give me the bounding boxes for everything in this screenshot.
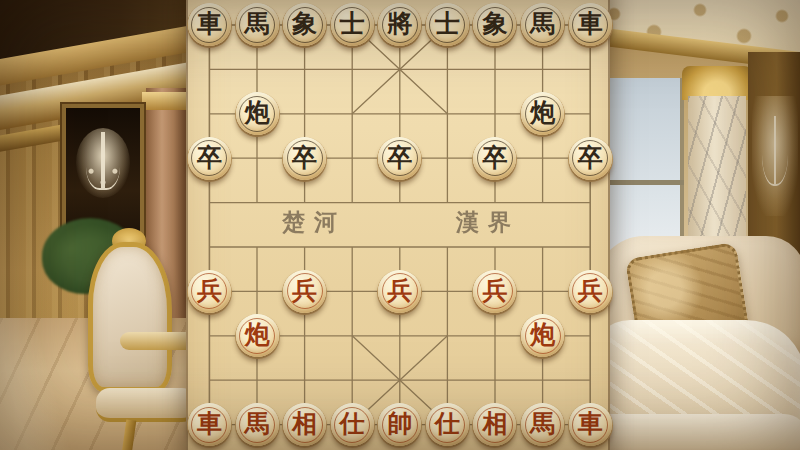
piece-glyph: 卒 [292, 145, 317, 170]
intersection-9-0[interactable]: 車 [186, 402, 234, 446]
red-piece-兵[interactable]: 兵 [473, 270, 516, 313]
intersection-8-3[interactable] [328, 358, 376, 402]
intersection-8-4[interactable] [376, 358, 424, 402]
black-piece-馬[interactable]: 馬 [521, 3, 564, 46]
piece-glyph: 車 [578, 11, 603, 36]
intersection-4-7[interactable] [519, 180, 567, 224]
intersection-9-1[interactable]: 馬 [233, 402, 281, 446]
intersection-6-8[interactable]: 兵 [566, 269, 614, 313]
red-piece-車[interactable]: 車 [569, 403, 612, 446]
piece-glyph: 卒 [482, 145, 507, 170]
intersection-7-2[interactable] [281, 314, 329, 358]
intersection-3-6[interactable]: 卒 [471, 136, 519, 180]
intersection-7-5[interactable] [424, 314, 472, 358]
black-piece-炮[interactable]: 炮 [521, 92, 564, 135]
red-piece-兵[interactable]: 兵 [569, 270, 612, 313]
intersection-7-1[interactable]: 炮 [233, 314, 281, 358]
intersection-8-7[interactable] [519, 358, 567, 402]
intersection-3-3[interactable] [328, 136, 376, 180]
red-piece-帥[interactable]: 帥 [378, 403, 421, 446]
intersection-4-1[interactable] [233, 180, 281, 224]
piece-glyph: 卒 [578, 145, 603, 170]
intersection-4-4[interactable] [376, 180, 424, 224]
piece-glyph: 兵 [197, 278, 222, 303]
intersection-1-6[interactable] [471, 47, 519, 91]
intersection-6-6[interactable]: 兵 [471, 269, 519, 313]
intersection-2-4[interactable] [376, 92, 424, 136]
intersection-6-0[interactable]: 兵 [186, 269, 234, 313]
black-piece-士[interactable]: 士 [426, 3, 469, 46]
intersection-4-2[interactable] [281, 180, 329, 224]
intersection-5-0[interactable] [186, 225, 234, 269]
intersection-1-2[interactable] [281, 47, 329, 91]
intersection-5-6[interactable] [471, 225, 519, 269]
piece-glyph: 車 [197, 11, 222, 36]
black-piece-士[interactable]: 士 [331, 3, 374, 46]
intersection-4-3[interactable] [328, 180, 376, 224]
intersection-1-3[interactable] [328, 47, 376, 91]
intersection-5-5[interactable] [424, 225, 472, 269]
intersection-9-8[interactable]: 車 [566, 402, 614, 446]
intersection-8-2[interactable] [281, 358, 329, 402]
piece-glyph: 相 [292, 411, 317, 436]
intersection-5-1[interactable] [233, 225, 281, 269]
intersection-2-0[interactable] [186, 92, 234, 136]
pilaster-capital [142, 92, 190, 110]
intersection-3-4[interactable]: 卒 [376, 136, 424, 180]
black-piece-卒[interactable]: 卒 [473, 137, 516, 180]
window-mullion [604, 180, 684, 185]
intersection-3-1[interactable] [233, 136, 281, 180]
sconce-icon [762, 116, 788, 186]
column-capital [682, 66, 752, 100]
red-piece-車[interactable]: 車 [188, 403, 231, 446]
intersection-0-4[interactable]: 將 [376, 3, 424, 47]
intersection-7-0[interactable] [186, 314, 234, 358]
intersection-4-5[interactable] [424, 180, 472, 224]
intersection-3-0[interactable]: 卒 [186, 136, 234, 180]
intersection-6-1[interactable] [233, 269, 281, 313]
black-piece-卒[interactable]: 卒 [188, 137, 231, 180]
intersection-5-4[interactable] [376, 225, 424, 269]
intersection-8-5[interactable] [424, 358, 472, 402]
xiangqi-board[interactable]: 楚河 漢界 車馬象士將士象馬車炮炮卒卒卒卒卒兵兵兵兵兵炮炮車馬相仕帥仕相馬車 [186, 0, 610, 450]
piece-grid[interactable]: 車馬象士將士象馬車炮炮卒卒卒卒卒兵兵兵兵兵炮炮車馬相仕帥仕相馬車 [186, 3, 614, 447]
intersection-6-7[interactable] [519, 269, 567, 313]
piece-glyph: 兵 [482, 278, 507, 303]
red-piece-炮[interactable]: 炮 [521, 314, 564, 357]
intersection-4-0[interactable] [186, 180, 234, 224]
intersection-0-6[interactable]: 象 [471, 3, 519, 47]
piece-glyph: 炮 [245, 322, 270, 347]
black-piece-車[interactable]: 車 [569, 3, 612, 46]
xiangqi-game-screenshot: 楚河 漢界 車馬象士將士象馬車炮炮卒卒卒卒卒兵兵兵兵兵炮炮車馬相仕帥仕相馬車 [0, 0, 800, 450]
black-piece-車[interactable]: 車 [188, 3, 231, 46]
red-piece-仕[interactable]: 仕 [331, 403, 374, 446]
intersection-1-7[interactable] [519, 47, 567, 91]
intersection-2-7[interactable]: 炮 [519, 92, 567, 136]
intersection-0-3[interactable]: 士 [328, 3, 376, 47]
piece-glyph: 馬 [245, 11, 270, 36]
intersection-5-8[interactable] [566, 225, 614, 269]
intersection-0-0[interactable]: 車 [186, 3, 234, 47]
piece-glyph: 兵 [387, 278, 412, 303]
intersection-7-7[interactable]: 炮 [519, 314, 567, 358]
intersection-2-5[interactable] [424, 92, 472, 136]
black-piece-將[interactable]: 將 [378, 3, 421, 46]
black-piece-卒[interactable]: 卒 [378, 137, 421, 180]
intersection-8-6[interactable] [471, 358, 519, 402]
intersection-2-3[interactable] [328, 92, 376, 136]
piece-glyph: 馬 [530, 11, 555, 36]
red-piece-馬[interactable]: 馬 [236, 403, 279, 446]
cream-sofa-bolster [588, 414, 800, 450]
piece-glyph: 士 [340, 11, 365, 36]
piece-glyph: 卒 [387, 145, 412, 170]
piece-glyph: 卒 [197, 145, 222, 170]
black-piece-象[interactable]: 象 [283, 3, 326, 46]
piece-glyph: 馬 [530, 411, 555, 436]
red-piece-相[interactable]: 相 [473, 403, 516, 446]
intersection-6-3[interactable] [328, 269, 376, 313]
piece-glyph: 帥 [387, 411, 412, 436]
intersection-8-1[interactable] [233, 358, 281, 402]
black-piece-炮[interactable]: 炮 [236, 92, 279, 135]
red-piece-仕[interactable]: 仕 [426, 403, 469, 446]
intersection-9-6[interactable]: 相 [471, 402, 519, 446]
intersection-7-4[interactable] [376, 314, 424, 358]
black-piece-卒[interactable]: 卒 [283, 137, 326, 180]
piece-glyph: 士 [435, 11, 460, 36]
intersection-7-8[interactable] [566, 314, 614, 358]
black-piece-馬[interactable]: 馬 [236, 3, 279, 46]
intersection-7-3[interactable] [328, 314, 376, 358]
piece-glyph: 車 [197, 411, 222, 436]
piece-glyph: 相 [482, 411, 507, 436]
intersection-0-5[interactable]: 士 [424, 3, 472, 47]
intersection-3-8[interactable]: 卒 [566, 136, 614, 180]
piece-glyph: 炮 [245, 100, 270, 125]
piece-glyph: 車 [578, 411, 603, 436]
intersection-2-2[interactable] [281, 92, 329, 136]
intersection-7-6[interactable] [471, 314, 519, 358]
intersection-2-6[interactable] [471, 92, 519, 136]
intersection-5-3[interactable] [328, 225, 376, 269]
intersection-9-5[interactable]: 仕 [424, 402, 472, 446]
piece-glyph: 兵 [292, 278, 317, 303]
intersection-6-2[interactable]: 兵 [281, 269, 329, 313]
intersection-3-2[interactable]: 卒 [281, 136, 329, 180]
chandelier-icon [86, 132, 120, 190]
piece-glyph: 兵 [578, 278, 603, 303]
black-piece-象[interactable]: 象 [473, 3, 516, 46]
intersection-5-7[interactable] [519, 225, 567, 269]
red-piece-兵[interactable]: 兵 [378, 270, 421, 313]
intersection-1-4[interactable] [376, 47, 424, 91]
intersection-0-2[interactable]: 象 [281, 3, 329, 47]
red-piece-兵[interactable]: 兵 [188, 270, 231, 313]
intersection-0-8[interactable]: 車 [566, 3, 614, 47]
intersection-6-4[interactable]: 兵 [376, 269, 424, 313]
intersection-9-7[interactable]: 馬 [519, 402, 567, 446]
red-piece-馬[interactable]: 馬 [521, 403, 564, 446]
piece-glyph: 炮 [530, 322, 555, 347]
piece-glyph: 將 [387, 11, 412, 36]
intersection-9-2[interactable]: 相 [281, 402, 329, 446]
piece-glyph: 象 [292, 11, 317, 36]
intersection-1-5[interactable] [424, 47, 472, 91]
intersection-4-6[interactable] [471, 180, 519, 224]
intersection-9-4[interactable]: 帥 [376, 402, 424, 446]
piece-glyph: 仕 [340, 411, 365, 436]
intersection-1-0[interactable] [186, 47, 234, 91]
intersection-4-8[interactable] [566, 180, 614, 224]
red-piece-炮[interactable]: 炮 [236, 314, 279, 357]
intersection-8-8[interactable] [566, 358, 614, 402]
intersection-3-5[interactable] [424, 136, 472, 180]
red-piece-兵[interactable]: 兵 [283, 270, 326, 313]
armchair-armrest [120, 332, 196, 350]
piece-glyph: 仕 [435, 411, 460, 436]
intersection-0-7[interactable]: 馬 [519, 3, 567, 47]
intersection-3-7[interactable] [519, 136, 567, 180]
red-piece-相[interactable]: 相 [283, 403, 326, 446]
intersection-0-1[interactable]: 馬 [233, 3, 281, 47]
intersection-1-1[interactable] [233, 47, 281, 91]
intersection-2-8[interactable] [566, 92, 614, 136]
piece-glyph: 象 [482, 11, 507, 36]
armchair-seat [96, 388, 196, 422]
intersection-8-0[interactable] [186, 358, 234, 402]
black-piece-卒[interactable]: 卒 [569, 137, 612, 180]
intersection-6-5[interactable] [424, 269, 472, 313]
piece-glyph: 馬 [245, 411, 270, 436]
gilded-armchair [88, 242, 172, 392]
intersection-2-1[interactable]: 炮 [233, 92, 281, 136]
intersection-1-8[interactable] [566, 47, 614, 91]
intersection-5-2[interactable] [281, 225, 329, 269]
piece-glyph: 炮 [530, 100, 555, 125]
intersection-9-3[interactable]: 仕 [328, 402, 376, 446]
